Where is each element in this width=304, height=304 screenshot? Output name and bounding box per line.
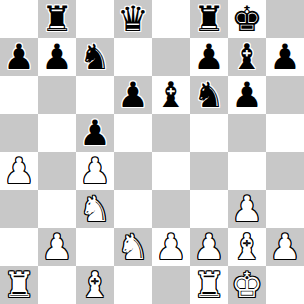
square-h8[interactable] xyxy=(266,0,304,38)
square-c8[interactable] xyxy=(76,0,114,38)
piece-white-pawn: ♟ xyxy=(231,190,262,228)
piece-black-knight: ♞ xyxy=(79,38,110,76)
square-d5[interactable] xyxy=(114,114,152,152)
square-c7[interactable]: ♞ xyxy=(76,38,114,76)
square-g6[interactable]: ♟ xyxy=(228,76,266,114)
square-g7[interactable]: ♝ xyxy=(228,38,266,76)
square-d1[interactable] xyxy=(114,266,152,304)
chess-board: ♜♛♜♚♟♟♞♟♝♟♟♝♞♟♟♟♟♞♟♟♞♟♟♝♟♜♝♜♚ xyxy=(0,0,304,304)
square-h4[interactable] xyxy=(266,152,304,190)
piece-white-pawn: ♟ xyxy=(3,152,34,190)
piece-black-pawn: ♟ xyxy=(79,114,110,152)
piece-black-king: ♚ xyxy=(231,0,262,38)
piece-white-pawn: ♟ xyxy=(41,228,72,266)
square-c6[interactable] xyxy=(76,76,114,114)
square-b4[interactable] xyxy=(38,152,76,190)
square-f1[interactable]: ♜ xyxy=(190,266,228,304)
piece-white-king: ♚ xyxy=(231,266,262,304)
piece-white-pawn: ♟ xyxy=(193,228,224,266)
piece-white-pawn: ♟ xyxy=(79,152,110,190)
square-c1[interactable]: ♝ xyxy=(76,266,114,304)
square-d7[interactable] xyxy=(114,38,152,76)
square-b6[interactable] xyxy=(38,76,76,114)
square-a3[interactable] xyxy=(0,190,38,228)
square-e2[interactable]: ♟ xyxy=(152,228,190,266)
square-b3[interactable] xyxy=(38,190,76,228)
piece-black-pawn: ♟ xyxy=(117,76,148,114)
square-a2[interactable] xyxy=(0,228,38,266)
square-c4[interactable]: ♟ xyxy=(76,152,114,190)
piece-white-bishop: ♝ xyxy=(231,228,262,266)
square-d8[interactable]: ♛ xyxy=(114,0,152,38)
square-h5[interactable] xyxy=(266,114,304,152)
square-b1[interactable] xyxy=(38,266,76,304)
square-f4[interactable] xyxy=(190,152,228,190)
piece-black-bishop: ♝ xyxy=(231,38,262,76)
square-g5[interactable] xyxy=(228,114,266,152)
piece-black-rook: ♜ xyxy=(41,0,72,38)
piece-black-bishop: ♝ xyxy=(155,76,186,114)
square-f8[interactable]: ♜ xyxy=(190,0,228,38)
square-a6[interactable] xyxy=(0,76,38,114)
square-c2[interactable] xyxy=(76,228,114,266)
square-e6[interactable]: ♝ xyxy=(152,76,190,114)
piece-black-pawn: ♟ xyxy=(41,38,72,76)
square-c3[interactable]: ♞ xyxy=(76,190,114,228)
square-f6[interactable]: ♞ xyxy=(190,76,228,114)
square-a5[interactable] xyxy=(0,114,38,152)
square-a8[interactable] xyxy=(0,0,38,38)
piece-black-knight: ♞ xyxy=(193,76,224,114)
square-d3[interactable] xyxy=(114,190,152,228)
piece-white-rook: ♜ xyxy=(3,266,34,304)
square-g1[interactable]: ♚ xyxy=(228,266,266,304)
square-e5[interactable] xyxy=(152,114,190,152)
piece-white-pawn: ♟ xyxy=(155,228,186,266)
square-g3[interactable]: ♟ xyxy=(228,190,266,228)
square-e3[interactable] xyxy=(152,190,190,228)
square-e4[interactable] xyxy=(152,152,190,190)
square-e7[interactable] xyxy=(152,38,190,76)
square-d6[interactable]: ♟ xyxy=(114,76,152,114)
piece-black-rook: ♜ xyxy=(193,0,224,38)
square-d2[interactable]: ♞ xyxy=(114,228,152,266)
piece-black-pawn: ♟ xyxy=(193,38,224,76)
square-h7[interactable]: ♟ xyxy=(266,38,304,76)
square-b5[interactable] xyxy=(38,114,76,152)
piece-white-knight: ♞ xyxy=(117,228,148,266)
square-f5[interactable] xyxy=(190,114,228,152)
piece-black-pawn: ♟ xyxy=(231,76,262,114)
square-h1[interactable] xyxy=(266,266,304,304)
piece-black-pawn: ♟ xyxy=(269,38,300,76)
square-b7[interactable]: ♟ xyxy=(38,38,76,76)
square-d4[interactable] xyxy=(114,152,152,190)
square-e8[interactable] xyxy=(152,0,190,38)
square-b8[interactable]: ♜ xyxy=(38,0,76,38)
square-f7[interactable]: ♟ xyxy=(190,38,228,76)
piece-white-bishop: ♝ xyxy=(79,266,110,304)
square-e1[interactable] xyxy=(152,266,190,304)
square-f2[interactable]: ♟ xyxy=(190,228,228,266)
square-a7[interactable]: ♟ xyxy=(0,38,38,76)
square-g2[interactable]: ♝ xyxy=(228,228,266,266)
square-h3[interactable] xyxy=(266,190,304,228)
square-a1[interactable]: ♜ xyxy=(0,266,38,304)
square-g4[interactable] xyxy=(228,152,266,190)
square-a4[interactable]: ♟ xyxy=(0,152,38,190)
piece-white-knight: ♞ xyxy=(79,190,110,228)
square-b2[interactable]: ♟ xyxy=(38,228,76,266)
piece-black-pawn: ♟ xyxy=(3,38,34,76)
square-h6[interactable] xyxy=(266,76,304,114)
square-h2[interactable]: ♟ xyxy=(266,228,304,266)
piece-black-queen: ♛ xyxy=(117,0,148,38)
piece-white-pawn: ♟ xyxy=(269,228,300,266)
square-g8[interactable]: ♚ xyxy=(228,0,266,38)
square-c5[interactable]: ♟ xyxy=(76,114,114,152)
piece-white-rook: ♜ xyxy=(193,266,224,304)
square-f3[interactable] xyxy=(190,190,228,228)
